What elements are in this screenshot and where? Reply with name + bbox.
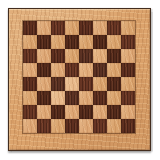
square-b4[interactable] bbox=[37, 77, 51, 91]
square-e6[interactable] bbox=[79, 49, 93, 63]
square-h4[interactable] bbox=[121, 77, 135, 91]
square-a5[interactable] bbox=[23, 63, 37, 77]
square-h1[interactable] bbox=[121, 119, 135, 133]
square-c6[interactable] bbox=[51, 49, 65, 63]
square-b8[interactable] bbox=[37, 21, 51, 35]
square-c5[interactable] bbox=[51, 63, 65, 77]
photo-background bbox=[0, 0, 160, 160]
square-b7[interactable] bbox=[37, 35, 51, 49]
square-c7[interactable] bbox=[51, 35, 65, 49]
square-h6[interactable] bbox=[121, 49, 135, 63]
square-d8[interactable] bbox=[65, 21, 79, 35]
square-h2[interactable] bbox=[121, 105, 135, 119]
square-d3[interactable] bbox=[65, 91, 79, 105]
square-d7[interactable] bbox=[65, 35, 79, 49]
square-c4[interactable] bbox=[51, 77, 65, 91]
square-g6[interactable] bbox=[107, 49, 121, 63]
square-a7[interactable] bbox=[23, 35, 37, 49]
square-b3[interactable] bbox=[37, 91, 51, 105]
square-d2[interactable] bbox=[65, 105, 79, 119]
square-c2[interactable] bbox=[51, 105, 65, 119]
square-f2[interactable] bbox=[93, 105, 107, 119]
square-h3[interactable] bbox=[121, 91, 135, 105]
square-c1[interactable] bbox=[51, 119, 65, 133]
square-g8[interactable] bbox=[107, 21, 121, 35]
square-g7[interactable] bbox=[107, 35, 121, 49]
square-c3[interactable] bbox=[51, 91, 65, 105]
square-b5[interactable] bbox=[37, 63, 51, 77]
square-e8[interactable] bbox=[79, 21, 93, 35]
square-g1[interactable] bbox=[107, 119, 121, 133]
square-b2[interactable] bbox=[37, 105, 51, 119]
square-a6[interactable] bbox=[23, 49, 37, 63]
chess-board bbox=[8, 8, 151, 151]
square-a8[interactable] bbox=[23, 21, 37, 35]
square-f5[interactable] bbox=[93, 63, 107, 77]
square-d5[interactable] bbox=[65, 63, 79, 77]
square-b1[interactable] bbox=[37, 119, 51, 133]
square-f4[interactable] bbox=[93, 77, 107, 91]
square-d6[interactable] bbox=[65, 49, 79, 63]
square-g3[interactable] bbox=[107, 91, 121, 105]
square-g4[interactable] bbox=[107, 77, 121, 91]
square-f8[interactable] bbox=[93, 21, 107, 35]
square-e2[interactable] bbox=[79, 105, 93, 119]
square-a1[interactable] bbox=[23, 119, 37, 133]
square-e1[interactable] bbox=[79, 119, 93, 133]
square-c8[interactable] bbox=[51, 21, 65, 35]
square-f7[interactable] bbox=[93, 35, 107, 49]
square-e3[interactable] bbox=[79, 91, 93, 105]
square-g5[interactable] bbox=[107, 63, 121, 77]
square-f1[interactable] bbox=[93, 119, 107, 133]
square-a4[interactable] bbox=[23, 77, 37, 91]
square-d4[interactable] bbox=[65, 77, 79, 91]
square-f3[interactable] bbox=[93, 91, 107, 105]
square-f6[interactable] bbox=[93, 49, 107, 63]
square-g2[interactable] bbox=[107, 105, 121, 119]
square-e5[interactable] bbox=[79, 63, 93, 77]
board-grid bbox=[23, 21, 135, 133]
square-e7[interactable] bbox=[79, 35, 93, 49]
square-h5[interactable] bbox=[121, 63, 135, 77]
square-h8[interactable] bbox=[121, 21, 135, 35]
square-d1[interactable] bbox=[65, 119, 79, 133]
square-b6[interactable] bbox=[37, 49, 51, 63]
square-e4[interactable] bbox=[79, 77, 93, 91]
square-a3[interactable] bbox=[23, 91, 37, 105]
square-a2[interactable] bbox=[23, 105, 37, 119]
square-h7[interactable] bbox=[121, 35, 135, 49]
